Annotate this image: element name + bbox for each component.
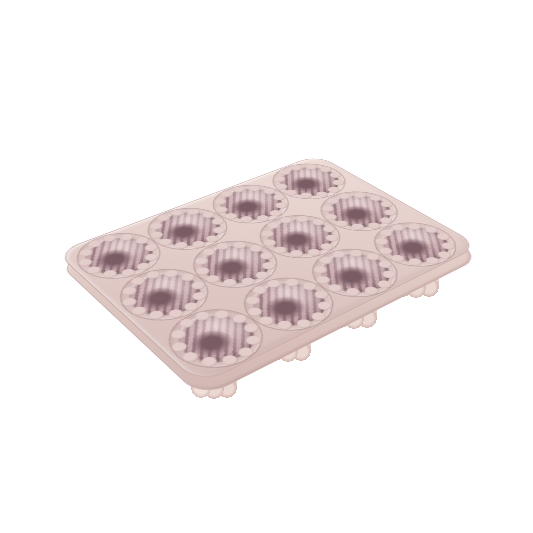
flute-notch [324, 197, 341, 205]
flute-notch [422, 225, 440, 234]
mold-3d-scene [0, 0, 533, 533]
product-photo-canele-mold [0, 0, 533, 533]
pan-top-surface [56, 154, 481, 385]
flute-notch [277, 168, 293, 176]
